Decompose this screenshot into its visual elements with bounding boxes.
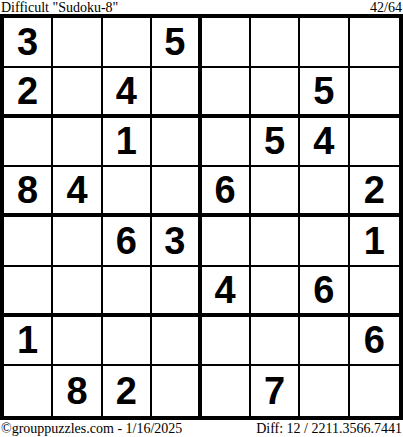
given-digit: 2	[364, 171, 385, 209]
cell-r4c8[interactable]: 2	[350, 167, 399, 217]
cell-r7c1[interactable]: 1	[4, 317, 53, 367]
cell-r1c8[interactable]	[350, 18, 399, 68]
cell-r3c1[interactable]	[4, 118, 53, 168]
cell-r6c7[interactable]: 6	[300, 267, 349, 317]
cell-r8c2[interactable]: 8	[53, 366, 102, 416]
cell-r7c4[interactable]	[152, 317, 201, 367]
cell-r2c4[interactable]	[152, 68, 201, 118]
cell-r7c5[interactable]	[202, 317, 251, 367]
cell-r1c1[interactable]: 3	[4, 18, 53, 68]
given-digit: 2	[116, 372, 137, 410]
cell-r1c4[interactable]: 5	[152, 18, 201, 68]
cell-r6c8[interactable]	[350, 267, 399, 317]
given-digit: 1	[17, 321, 38, 359]
given-digit: 1	[364, 222, 385, 260]
given-digit: 5	[313, 72, 334, 110]
given-digit: 6	[116, 222, 137, 260]
cell-r2c3[interactable]: 4	[103, 68, 152, 118]
puzzle-header: Difficult "Sudoku-8" 42/64	[0, 0, 403, 14]
given-digit: 3	[164, 222, 185, 260]
cell-r1c7[interactable]	[300, 18, 349, 68]
cell-r7c8[interactable]: 6	[350, 317, 399, 367]
cell-r7c3[interactable]	[103, 317, 152, 367]
cell-r8c7[interactable]	[300, 366, 349, 416]
given-digit: 6	[364, 321, 385, 359]
copyright-date: ©grouppuzzles.com - 1/16/2025	[1, 421, 182, 436]
cell-r4c3[interactable]	[103, 167, 152, 217]
cell-r7c7[interactable]	[300, 317, 349, 367]
given-digit: 8	[17, 171, 38, 209]
cell-r2c2[interactable]	[53, 68, 102, 118]
cell-r8c8[interactable]	[350, 366, 399, 416]
cell-r5c8[interactable]: 1	[350, 217, 399, 267]
cell-r5c1[interactable]	[4, 217, 53, 267]
given-digit: 4	[116, 72, 137, 110]
cell-r3c5[interactable]	[202, 118, 251, 168]
cell-r3c3[interactable]: 1	[103, 118, 152, 168]
given-digit: 4	[313, 122, 334, 160]
given-digit: 3	[17, 23, 38, 61]
cell-r5c4[interactable]: 3	[152, 217, 201, 267]
cell-r2c1[interactable]: 2	[4, 68, 53, 118]
cell-r5c7[interactable]	[300, 217, 349, 267]
cell-r4c4[interactable]	[152, 167, 201, 217]
cell-r8c5[interactable]	[202, 366, 251, 416]
given-digit: 5	[164, 23, 185, 61]
cell-r4c1[interactable]: 8	[4, 167, 53, 217]
given-digit: 2	[17, 72, 38, 110]
given-digit: 7	[264, 372, 285, 410]
cell-r6c1[interactable]	[4, 267, 53, 317]
given-digit: 4	[66, 171, 87, 209]
cell-r4c5[interactable]: 6	[202, 167, 251, 217]
cell-r2c5[interactable]	[202, 68, 251, 118]
cell-r5c5[interactable]	[202, 217, 251, 267]
given-digit: 6	[313, 271, 334, 309]
difficulty-rating: Diff: 12 / 2211.3566.7441	[256, 421, 402, 436]
cell-r3c8[interactable]	[350, 118, 399, 168]
puzzle-footer: ©grouppuzzles.com - 1/16/2025 Diff: 12 /…	[0, 420, 403, 437]
cell-r8c4[interactable]	[152, 366, 201, 416]
given-digit: 5	[264, 122, 285, 160]
cell-r2c6[interactable]	[251, 68, 300, 118]
empty-cell-counter: 42/64	[370, 1, 402, 14]
cell-r6c5[interactable]: 4	[202, 267, 251, 317]
sudoku-board: 3524515484626314616827	[0, 14, 403, 420]
cell-r6c6[interactable]	[251, 267, 300, 317]
cell-r1c5[interactable]	[202, 18, 251, 68]
cell-r4c7[interactable]	[300, 167, 349, 217]
cell-r3c2[interactable]	[53, 118, 102, 168]
puzzle-title: Difficult "Sudoku-8"	[1, 1, 118, 14]
cell-r6c4[interactable]	[152, 267, 201, 317]
cell-r7c2[interactable]	[53, 317, 102, 367]
given-digit: 6	[215, 171, 236, 209]
cell-r2c7[interactable]: 5	[300, 68, 349, 118]
cell-r8c6[interactable]: 7	[251, 366, 300, 416]
cell-r6c2[interactable]	[53, 267, 102, 317]
cell-r1c3[interactable]	[103, 18, 152, 68]
cell-r3c4[interactable]	[152, 118, 201, 168]
cell-r3c7[interactable]: 4	[300, 118, 349, 168]
cell-r4c6[interactable]	[251, 167, 300, 217]
given-digit: 1	[116, 122, 137, 160]
cell-r2c8[interactable]	[350, 68, 399, 118]
cell-r8c3[interactable]: 2	[103, 366, 152, 416]
cell-r5c6[interactable]	[251, 217, 300, 267]
given-digit: 4	[215, 271, 236, 309]
cell-r7c6[interactable]	[251, 317, 300, 367]
cell-r4c2[interactable]: 4	[53, 167, 102, 217]
cell-r6c3[interactable]	[103, 267, 152, 317]
cell-r1c2[interactable]	[53, 18, 102, 68]
cell-r5c2[interactable]	[53, 217, 102, 267]
cell-r5c3[interactable]: 6	[103, 217, 152, 267]
given-digit: 8	[66, 372, 87, 410]
cell-r3c6[interactable]: 5	[251, 118, 300, 168]
cell-r8c1[interactable]	[4, 366, 53, 416]
cell-r1c6[interactable]	[251, 18, 300, 68]
